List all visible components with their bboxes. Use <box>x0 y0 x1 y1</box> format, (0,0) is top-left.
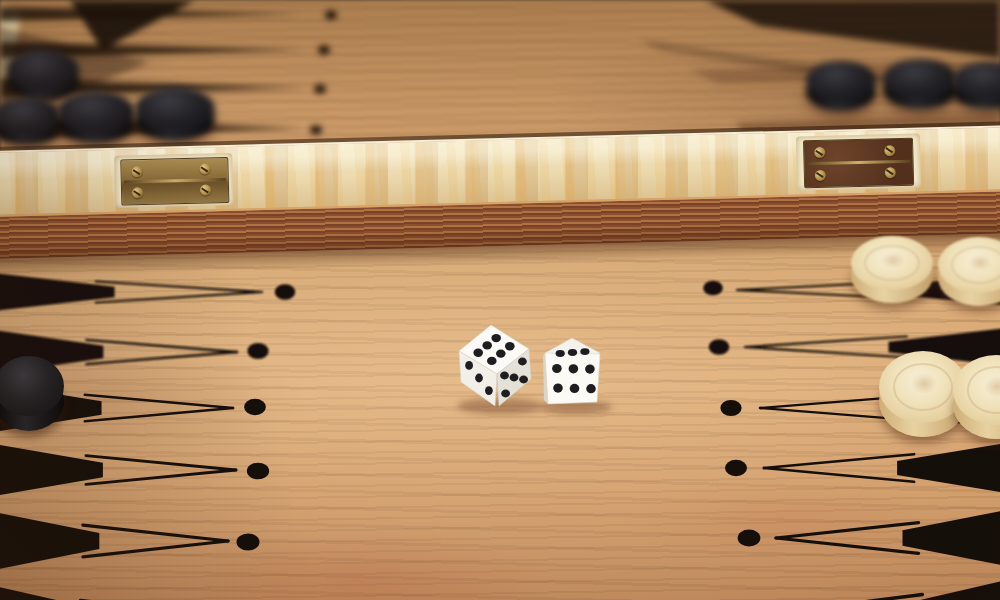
die-face-front <box>545 353 600 404</box>
checker-top <box>851 236 933 290</box>
black-checker[interactable] <box>0 356 64 431</box>
white-checker[interactable] <box>938 237 1000 306</box>
die-right[interactable] <box>543 338 600 404</box>
dice-layer <box>0 0 1000 600</box>
backgammon-board-photo <box>0 0 1000 600</box>
white-checker[interactable] <box>851 236 933 303</box>
white-checker[interactable] <box>953 355 1000 439</box>
die-left[interactable] <box>459 325 531 406</box>
